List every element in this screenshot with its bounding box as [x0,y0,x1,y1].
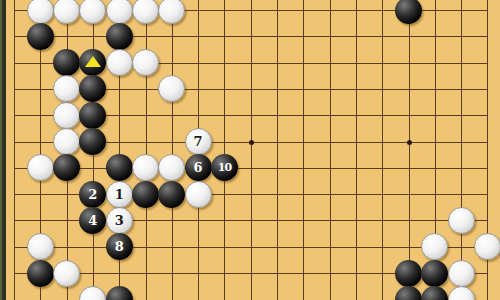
white-stone[interactable] [448,207,475,234]
white-stone[interactable] [53,102,80,129]
move-number: 1 [115,188,124,201]
move-number: 10 [218,162,231,173]
black-stone[interactable] [421,286,448,300]
black-stone[interactable] [79,75,106,102]
black-stone[interactable]: 8 [106,233,133,260]
white-stone[interactable] [185,181,212,208]
white-stone[interactable] [158,75,185,102]
white-stone[interactable] [53,75,80,102]
white-stone[interactable] [448,286,475,300]
black-stone[interactable]: 10 [211,154,238,181]
move-number: 8 [115,240,124,253]
black-stone[interactable] [106,154,133,181]
black-stone[interactable] [106,23,133,50]
white-stone[interactable] [132,49,159,76]
black-stone[interactable] [79,102,106,129]
white-stone[interactable] [106,0,133,24]
white-stone[interactable]: 7 [185,128,212,155]
white-stone[interactable] [106,49,133,76]
white-stone[interactable] [27,233,54,260]
white-stone[interactable] [53,260,80,287]
white-stone[interactable] [79,0,106,24]
black-stone[interactable] [27,260,54,287]
black-stone[interactable] [395,0,422,24]
white-stone[interactable]: 1 [106,181,133,208]
black-stone[interactable]: 4 [79,207,106,234]
white-stone[interactable] [79,286,106,300]
black-stone[interactable] [27,23,54,50]
white-stone[interactable] [158,0,185,24]
black-stone[interactable] [132,181,159,208]
black-stone[interactable] [395,286,422,300]
black-stone[interactable]: 2 [79,181,106,208]
white-stone[interactable] [158,154,185,181]
white-stone[interactable] [132,0,159,24]
triangle-marker-icon [85,56,101,67]
white-stone[interactable] [53,0,80,24]
black-stone[interactable] [158,181,185,208]
black-stone[interactable] [53,49,80,76]
move-number: 3 [115,214,124,227]
black-stone[interactable] [79,128,106,155]
stones-layer: 761021438 [0,0,500,300]
go-board[interactable]: 761021438 [0,0,500,300]
white-stone[interactable] [53,128,80,155]
white-stone[interactable] [27,0,54,24]
white-stone[interactable] [448,260,475,287]
move-number: 7 [194,135,203,148]
black-stone[interactable] [106,286,133,300]
white-stone[interactable] [421,233,448,260]
move-number: 2 [88,188,97,201]
white-stone[interactable]: 3 [106,207,133,234]
black-stone[interactable] [395,260,422,287]
black-stone[interactable] [79,49,106,76]
white-stone[interactable] [27,154,54,181]
move-number: 6 [194,161,203,174]
black-stone[interactable]: 6 [185,154,212,181]
white-stone[interactable] [132,154,159,181]
move-number: 4 [88,214,97,227]
black-stone[interactable] [53,154,80,181]
black-stone[interactable] [421,260,448,287]
white-stone[interactable] [474,233,500,260]
